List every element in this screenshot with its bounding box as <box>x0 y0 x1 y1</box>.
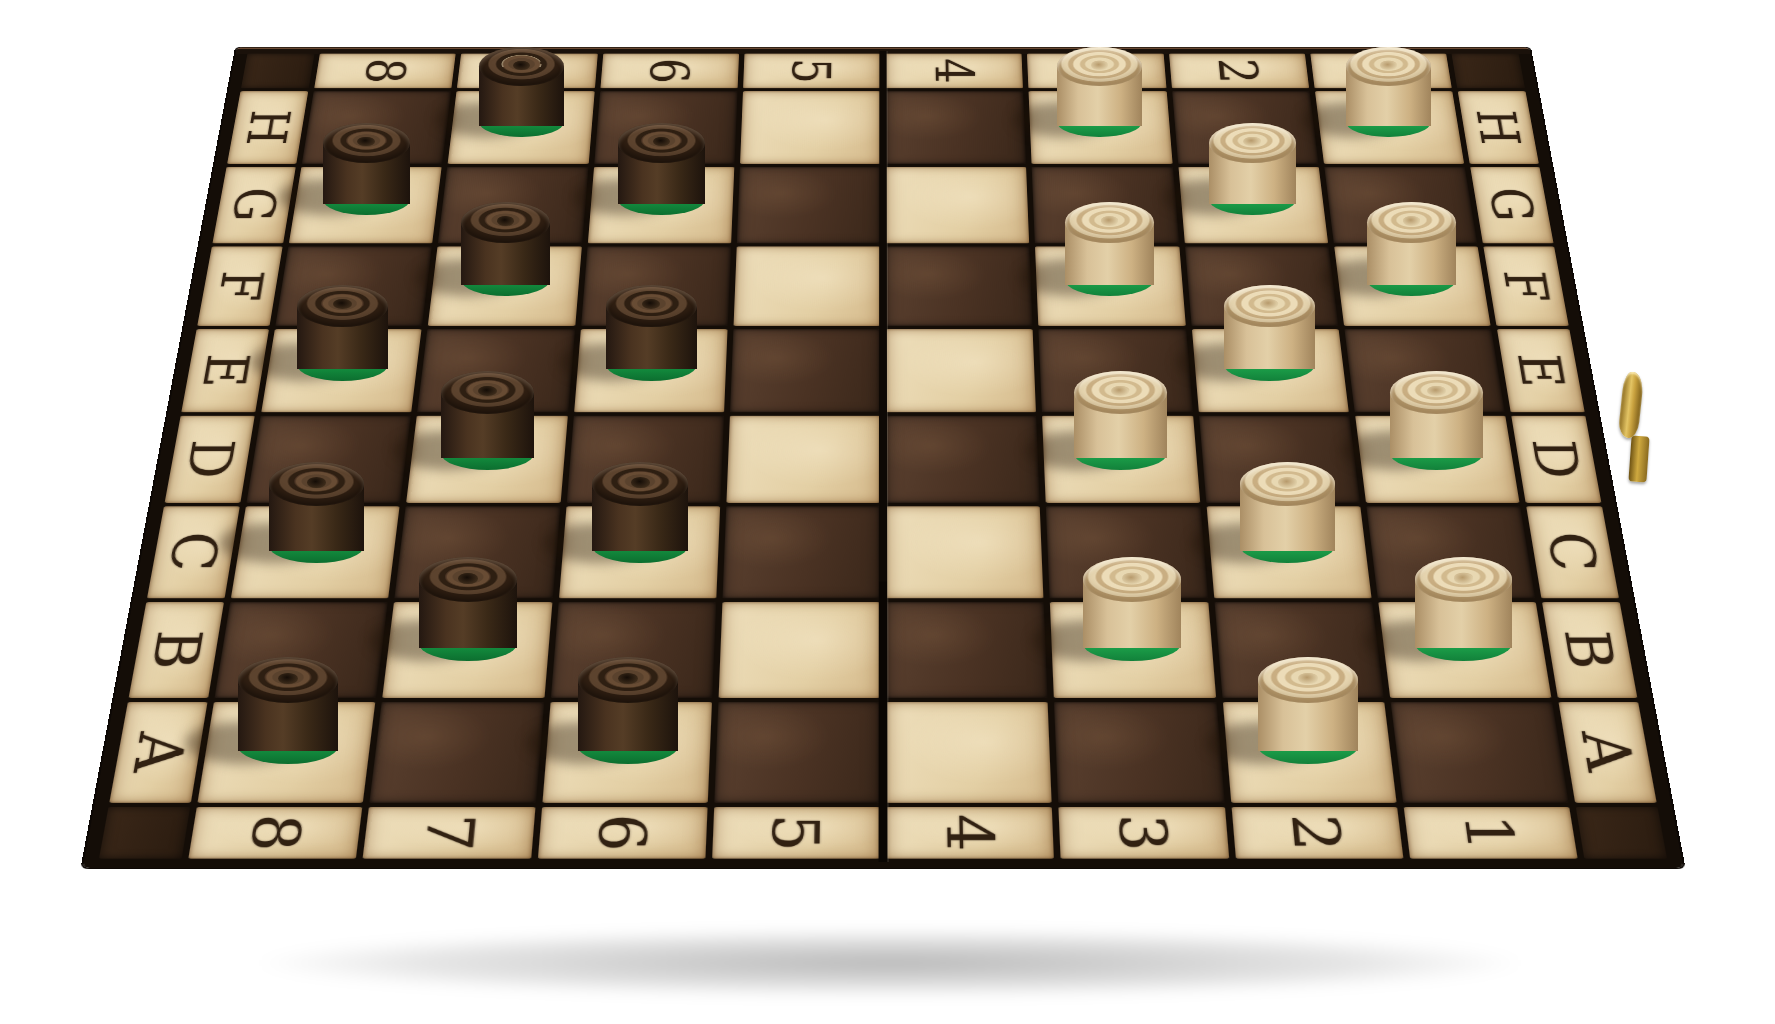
bottom-number-1-label-wrap: 1 <box>1403 807 1577 859</box>
right-letter-E: E <box>1497 329 1585 412</box>
right-letter-F-label: F <box>1490 270 1561 301</box>
left-letter-B: B <box>129 602 224 698</box>
square-E3[interactable] <box>1039 329 1193 412</box>
square-H4[interactable] <box>886 91 1026 164</box>
left-letter-A-label: A <box>118 731 199 772</box>
right-letter-B: B <box>1542 602 1637 698</box>
square-D1[interactable] <box>1355 416 1520 503</box>
square-C6[interactable] <box>559 507 720 598</box>
right-letter-C-label: C <box>1534 532 1611 571</box>
bottom-number-7-label-wrap: 7 <box>363 807 535 859</box>
square-D2[interactable] <box>1199 416 1360 503</box>
top-number-8-label-wrap: 8 <box>314 54 456 89</box>
left-letter-F-label: F <box>205 270 276 301</box>
right-letter-D: D <box>1511 416 1601 503</box>
bottom-number-8-label: 8 <box>235 814 316 851</box>
square-G4[interactable] <box>886 167 1030 243</box>
bottom-number-2-label: 2 <box>1277 814 1356 851</box>
left-letter-H-label-wrap: H <box>227 91 308 164</box>
square-A5[interactable] <box>714 702 880 803</box>
left-letter-E: E <box>181 329 269 412</box>
left-letter-G-label-wrap: G <box>213 167 296 243</box>
bottom-number-4: 4 <box>886 807 1054 859</box>
bottom-number-6: 6 <box>537 807 707 859</box>
square-F2[interactable] <box>1185 246 1338 326</box>
product-photo-stage: 8877665544332211HHGGFFEEDDCCBBAA <box>0 0 1775 1024</box>
square-H8[interactable] <box>302 91 451 164</box>
square-E1[interactable] <box>1344 329 1505 412</box>
square-F8[interactable] <box>275 246 432 326</box>
left-letter-G: G <box>213 167 296 243</box>
square-G6[interactable] <box>587 167 734 243</box>
top-number-3: 3 <box>1027 54 1166 89</box>
border-corner-top-right <box>1452 54 1525 89</box>
square-E7[interactable] <box>417 329 574 412</box>
right-letter-H: H <box>1458 91 1539 164</box>
square-E5[interactable] <box>730 329 880 412</box>
square-G7[interactable] <box>438 167 588 243</box>
left-letter-E-label: E <box>189 353 262 387</box>
bottom-number-1-label: 1 <box>1450 814 1531 851</box>
bottom-number-5: 5 <box>712 807 880 859</box>
top-number-1-label-wrap: 1 <box>1310 54 1452 89</box>
right-letter-F-label-wrap: F <box>1483 246 1568 326</box>
square-H5[interactable] <box>740 91 880 164</box>
top-number-4: 4 <box>886 54 1023 89</box>
top-number-3-label-wrap: 3 <box>1027 54 1166 89</box>
bottom-number-7: 7 <box>363 807 535 859</box>
bottom-number-2: 2 <box>1231 807 1403 859</box>
bottom-number-6-label-wrap: 6 <box>537 807 707 859</box>
right-letter-E-label-wrap: E <box>1497 329 1585 412</box>
right-letter-G: G <box>1470 167 1553 243</box>
square-F4[interactable] <box>886 246 1033 326</box>
bottom-number-8: 8 <box>188 807 362 859</box>
square-F3[interactable] <box>1035 246 1185 326</box>
square-H2[interactable] <box>1172 91 1318 164</box>
square-G5[interactable] <box>737 167 881 243</box>
bottom-number-5-label-wrap: 5 <box>712 807 880 859</box>
square-G2[interactable] <box>1178 167 1328 243</box>
square-D5[interactable] <box>726 416 880 503</box>
right-letter-G-label: G <box>1476 188 1546 222</box>
square-H7[interactable] <box>448 91 594 164</box>
left-letter-D-label: D <box>172 439 248 478</box>
right-letter-F: F <box>1483 246 1568 326</box>
square-B3[interactable] <box>1050 602 1215 698</box>
top-number-6-label: 6 <box>638 58 701 83</box>
brass-clasp-plate <box>1628 435 1649 482</box>
square-D6[interactable] <box>566 416 723 503</box>
square-B5[interactable] <box>718 602 880 698</box>
bottom-number-3-label: 3 <box>1104 814 1182 851</box>
left-letter-E-label-wrap: E <box>181 329 269 412</box>
left-letter-C-label-wrap: C <box>147 507 240 598</box>
square-H3[interactable] <box>1029 91 1172 164</box>
bottom-number-2-label-wrap: 2 <box>1231 807 1403 859</box>
square-F7[interactable] <box>428 246 581 326</box>
square-A4[interactable] <box>886 702 1052 803</box>
top-number-6-label-wrap: 6 <box>600 54 739 89</box>
square-E8[interactable] <box>261 329 422 412</box>
left-letter-F-label-wrap: F <box>197 246 282 326</box>
square-C5[interactable] <box>722 507 880 598</box>
square-C1[interactable] <box>1366 507 1535 598</box>
square-C3[interactable] <box>1046 507 1207 598</box>
box-side-face <box>60 864 1710 958</box>
left-letter-C-label: C <box>155 532 232 571</box>
bottom-number-3: 3 <box>1059 807 1229 859</box>
top-number-8-label: 8 <box>353 58 418 83</box>
square-C8[interactable] <box>231 507 400 598</box>
square-C2[interactable] <box>1206 507 1371 598</box>
left-letter-A-label-wrap: A <box>109 702 207 803</box>
square-B6[interactable] <box>550 602 715 698</box>
square-E2[interactable] <box>1191 329 1348 412</box>
right-letter-A-label-wrap: A <box>1558 702 1656 803</box>
left-letter-D: D <box>165 416 255 503</box>
top-number-5: 5 <box>743 54 880 89</box>
left-letter-H: H <box>227 91 308 164</box>
square-F1[interactable] <box>1334 246 1491 326</box>
brass-clasp-hook <box>1618 371 1645 439</box>
right-letter-G-label-wrap: G <box>1470 167 1553 243</box>
left-letter-G-label: G <box>219 188 289 222</box>
square-G1[interactable] <box>1324 167 1477 243</box>
left-letter-H-label: H <box>233 110 302 146</box>
bottom-number-7-label: 7 <box>410 814 489 851</box>
left-letter-A: A <box>109 702 207 803</box>
bottom-number-8-label-wrap: 8 <box>188 807 362 859</box>
square-A3[interactable] <box>1054 702 1224 803</box>
right-letter-D-label: D <box>1518 439 1594 478</box>
top-number-1-label: 1 <box>1348 58 1413 83</box>
square-D4[interactable] <box>886 416 1040 503</box>
bottom-number-6-label: 6 <box>584 814 662 851</box>
top-number-4-label: 4 <box>923 58 985 83</box>
square-H6[interactable] <box>594 91 737 164</box>
top-number-3-label: 3 <box>1065 58 1128 83</box>
top-number-2-label-wrap: 2 <box>1169 54 1309 89</box>
border-corner-top-left <box>241 54 314 89</box>
top-number-5-label-wrap: 5 <box>743 54 880 89</box>
square-C4[interactable] <box>886 507 1044 598</box>
right-letter-E-label: E <box>1504 353 1577 387</box>
square-D8[interactable] <box>246 416 411 503</box>
left-letter-C: C <box>147 507 240 598</box>
bottom-number-5-label: 5 <box>758 814 834 851</box>
right-letter-A: A <box>1558 702 1656 803</box>
right-letter-B-label-wrap: B <box>1542 602 1637 698</box>
right-letter-A-label: A <box>1567 731 1648 772</box>
top-number-4-label-wrap: 4 <box>886 54 1023 89</box>
left-letter-B-label: B <box>137 630 216 670</box>
top-number-8: 8 <box>314 54 456 89</box>
top-number-2: 2 <box>1169 54 1309 89</box>
left-letter-D-label-wrap: D <box>165 416 255 503</box>
top-number-7: 7 <box>457 54 597 89</box>
border-corner-bottom-right <box>1576 807 1667 859</box>
bottom-number-4-label-wrap: 4 <box>886 807 1054 859</box>
right-letter-D-label-wrap: D <box>1511 416 1601 503</box>
right-letter-C: C <box>1526 507 1619 598</box>
right-letter-B-label: B <box>1550 630 1629 670</box>
square-F5[interactable] <box>733 246 880 326</box>
square-A7[interactable] <box>370 702 544 803</box>
square-C7[interactable] <box>395 507 560 598</box>
top-number-7-label: 7 <box>495 58 559 83</box>
right-letter-C-label-wrap: C <box>1526 507 1619 598</box>
right-letter-H-label-wrap: H <box>1458 91 1539 164</box>
square-A1[interactable] <box>1390 702 1568 803</box>
square-B4[interactable] <box>886 602 1048 698</box>
square-A8[interactable] <box>197 702 375 803</box>
square-B7[interactable] <box>383 602 552 698</box>
square-H1[interactable] <box>1315 91 1464 164</box>
square-D7[interactable] <box>406 416 567 503</box>
right-letter-H-label: H <box>1464 110 1533 146</box>
square-G3[interactable] <box>1032 167 1179 243</box>
square-E6[interactable] <box>574 329 728 412</box>
bottom-number-4-label: 4 <box>932 814 1008 851</box>
top-number-6: 6 <box>600 54 739 89</box>
border-corner-bottom-left <box>99 807 190 859</box>
square-E4[interactable] <box>886 329 1036 412</box>
square-G8[interactable] <box>289 167 442 243</box>
top-number-2-label: 2 <box>1206 58 1270 83</box>
board-surface: 8877665544332211HHGGFFEEDDCCBBAA <box>83 48 1683 868</box>
top-number-7-label-wrap: 7 <box>457 54 597 89</box>
square-B1[interactable] <box>1378 602 1551 698</box>
left-letter-F: F <box>197 246 282 326</box>
square-B8[interactable] <box>215 602 388 698</box>
top-number-5-label: 5 <box>781 58 843 83</box>
bottom-number-1: 1 <box>1403 807 1577 859</box>
bottom-number-3-label-wrap: 3 <box>1059 807 1229 859</box>
fold-seam <box>879 51 888 862</box>
square-A6[interactable] <box>542 702 712 803</box>
square-B2[interactable] <box>1214 602 1383 698</box>
square-A2[interactable] <box>1222 702 1396 803</box>
square-F6[interactable] <box>581 246 731 326</box>
square-D3[interactable] <box>1042 416 1199 503</box>
checkers-board: 8877665544332211HHGGFFEEDDCCBBAA <box>83 48 1683 868</box>
left-letter-B-label-wrap: B <box>129 602 224 698</box>
top-number-1: 1 <box>1310 54 1452 89</box>
